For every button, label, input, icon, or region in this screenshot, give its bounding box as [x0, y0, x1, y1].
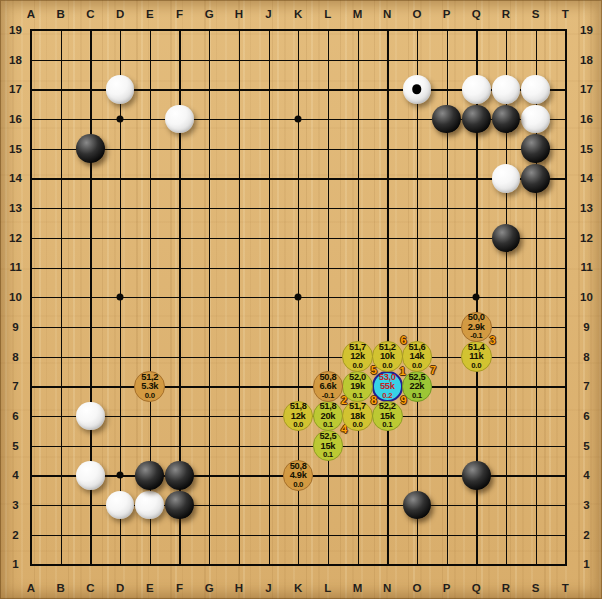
- white-stone-Q17: [462, 75, 491, 104]
- last-move-marker: [412, 85, 422, 95]
- candidate-move-N6[interactable]: 52,215k0.19: [372, 401, 403, 432]
- coord-label-bottom-P: P: [432, 577, 462, 598]
- coord-label-bottom-J: J: [254, 577, 284, 598]
- coord-label-bottom-M: M: [343, 577, 373, 598]
- coord-label-bottom-N: N: [372, 577, 402, 598]
- score-value: 0.0: [412, 362, 422, 370]
- black-stone-S14: [521, 164, 550, 193]
- score-value: -0.1: [322, 392, 334, 400]
- star-point-D16: [117, 116, 124, 123]
- score-value: 0.2: [382, 392, 392, 400]
- move-rank-number: 9: [400, 394, 406, 406]
- score-value: 0.0: [353, 362, 363, 370]
- candidate-move-M7[interactable]: 52,019k0.15: [342, 371, 373, 402]
- white-stone-R14: [492, 164, 521, 193]
- score-value: 0.0: [353, 421, 363, 429]
- coord-label-bottom-E: E: [135, 577, 165, 598]
- black-stone-Q4: [462, 461, 491, 490]
- star-point-D10: [117, 294, 124, 301]
- score-value: 0.1: [412, 392, 422, 400]
- candidate-move-O8[interactable]: 51,614k0.0: [402, 341, 433, 372]
- coord-label-bottom-A: A: [16, 577, 46, 598]
- candidate-move-L6[interactable]: 51,820k0.12: [313, 401, 344, 432]
- white-stone-C4: [76, 461, 105, 490]
- white-stone-S17: [521, 75, 550, 104]
- black-stone-F4: [165, 461, 194, 490]
- column-labels-bottom: ABCDEFGHJKLMNOPQRST: [16, 577, 580, 598]
- candidate-move-M6[interactable]: 51,718k0.08: [342, 401, 373, 432]
- white-stone-D17: [106, 75, 135, 104]
- candidate-move-E7[interactable]: 51,25.3k0.0: [134, 371, 165, 402]
- candidate-move-M8[interactable]: 51,712k0.0: [342, 341, 373, 372]
- candidate-move-K4[interactable]: 50,84.9k0.0: [283, 460, 314, 491]
- score-value: 0.0: [293, 481, 303, 489]
- black-stone-E4: [135, 461, 164, 490]
- move-rank-number: 8: [371, 394, 377, 406]
- black-stone-F3: [165, 491, 194, 520]
- black-stone-Q16: [462, 105, 491, 134]
- star-point-K10: [295, 294, 302, 301]
- score-value: 0.1: [323, 451, 333, 459]
- star-point-D4: [117, 472, 124, 479]
- coord-label-bottom-C: C: [76, 577, 106, 598]
- score-value: 0.0: [382, 362, 392, 370]
- coord-label-bottom-D: D: [105, 577, 135, 598]
- candidate-move-L5[interactable]: 52,515k0.14: [313, 430, 344, 461]
- white-stone-S16: [521, 105, 550, 134]
- coord-label-bottom-H: H: [224, 577, 254, 598]
- score-value: 0.0: [293, 421, 303, 429]
- coord-label-bottom-L: L: [313, 577, 343, 598]
- go-app-window: ABCDEFGHJKLMNOPQRST ABCDEFGHJKLMNOPQRST …: [0, 0, 602, 599]
- white-stone-C6: [76, 402, 105, 431]
- white-stone-R17: [492, 75, 521, 104]
- black-stone-S15: [521, 134, 550, 163]
- move-rank-number: 7: [430, 364, 436, 376]
- black-stone-R12: [492, 224, 521, 253]
- candidate-move-Q8[interactable]: 51,411k0.03: [461, 341, 492, 372]
- candidate-move-N8[interactable]: 51,210k0.06: [372, 341, 403, 372]
- coord-label-bottom-B: B: [46, 577, 76, 598]
- coord-label-bottom-F: F: [165, 577, 195, 598]
- score-value: 0.0: [145, 392, 155, 400]
- star-point-K16: [295, 116, 302, 123]
- black-stone-P16: [432, 105, 461, 134]
- score-value: 0.1: [382, 421, 392, 429]
- coord-label-bottom-G: G: [194, 577, 224, 598]
- coord-label-bottom-Q: Q: [461, 577, 491, 598]
- black-stone-C15: [76, 134, 105, 163]
- coord-label-bottom-K: K: [283, 577, 313, 598]
- move-rank-number: 3: [489, 334, 495, 346]
- score-value: -0.1: [470, 332, 482, 340]
- candidate-move-L7[interactable]: 50,86.6k-0.1: [313, 371, 344, 402]
- coord-label-bottom-R: R: [491, 577, 521, 598]
- white-stone-O17: [403, 75, 432, 104]
- score-value: 0.1: [353, 392, 363, 400]
- star-point-Q10: [473, 294, 480, 301]
- coord-label-bottom-T: T: [551, 577, 581, 598]
- score-value: 0.0: [471, 362, 481, 370]
- coord-label-bottom-S: S: [521, 577, 551, 598]
- goban[interactable]: 53,055k0.2151,820k0.1251,411k0.0352,515k…: [16, 15, 580, 579]
- coord-label-bottom-O: O: [402, 577, 432, 598]
- white-stone-F16: [165, 105, 194, 134]
- candidate-move-Q9[interactable]: 50,02.9k-0.1: [461, 312, 492, 343]
- score-value: 0.1: [323, 421, 333, 429]
- white-stone-E3: [135, 491, 164, 520]
